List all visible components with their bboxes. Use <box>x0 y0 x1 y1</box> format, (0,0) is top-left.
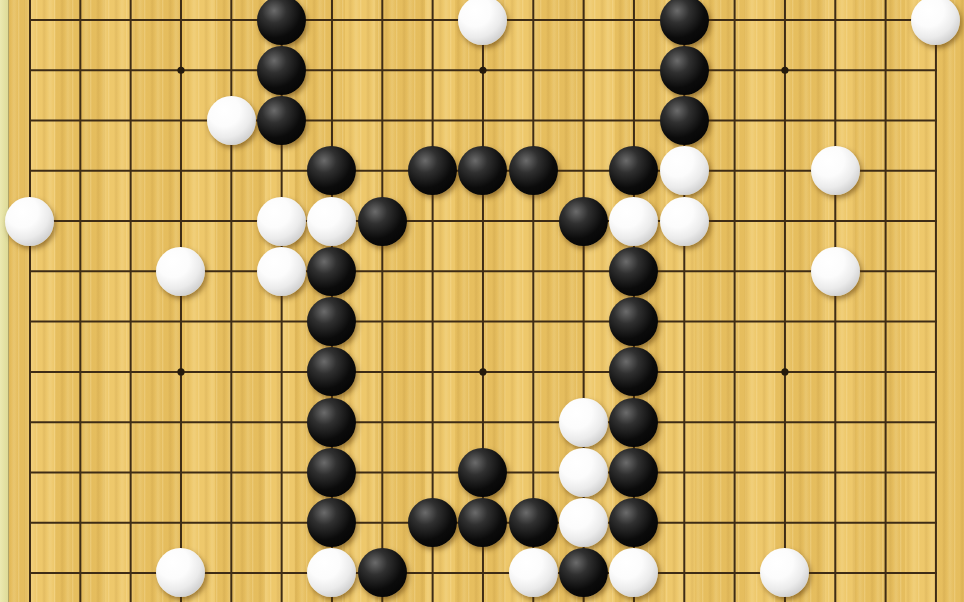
black-stone[interactable] <box>408 146 457 195</box>
white-stone[interactable] <box>609 197 658 246</box>
black-stone[interactable] <box>358 197 407 246</box>
black-stone[interactable] <box>609 347 658 396</box>
black-stone[interactable] <box>609 498 658 547</box>
white-stone[interactable] <box>156 247 205 296</box>
white-stone[interactable] <box>911 0 960 45</box>
black-stone[interactable] <box>257 96 306 145</box>
white-stone[interactable] <box>5 197 54 246</box>
black-stone[interactable] <box>559 197 608 246</box>
black-stone[interactable] <box>609 448 658 497</box>
black-stone[interactable] <box>509 146 558 195</box>
black-stone[interactable] <box>307 297 356 346</box>
white-stone[interactable] <box>207 96 256 145</box>
black-stone[interactable] <box>358 548 407 597</box>
white-stone[interactable] <box>609 548 658 597</box>
white-stone[interactable] <box>660 146 709 195</box>
white-stone[interactable] <box>559 398 608 447</box>
black-stone[interactable] <box>307 247 356 296</box>
white-stone[interactable] <box>257 197 306 246</box>
black-stone[interactable] <box>458 146 507 195</box>
black-stone[interactable] <box>609 297 658 346</box>
white-stone[interactable] <box>509 548 558 597</box>
white-stone[interactable] <box>307 548 356 597</box>
black-stone[interactable] <box>458 448 507 497</box>
white-stone[interactable] <box>811 146 860 195</box>
white-stone[interactable] <box>559 498 608 547</box>
black-stone[interactable] <box>609 398 658 447</box>
black-stone[interactable] <box>509 498 558 547</box>
white-stone[interactable] <box>660 197 709 246</box>
white-stone[interactable] <box>559 448 608 497</box>
black-stone[interactable] <box>559 548 608 597</box>
black-stone[interactable] <box>307 448 356 497</box>
black-stone[interactable] <box>307 146 356 195</box>
white-stone[interactable] <box>257 247 306 296</box>
black-stone[interactable] <box>660 0 709 45</box>
stones-grid[interactable] <box>5 0 961 598</box>
white-stone[interactable] <box>156 548 205 597</box>
white-stone[interactable] <box>811 247 860 296</box>
white-stone[interactable] <box>458 0 507 45</box>
black-stone[interactable] <box>660 46 709 95</box>
white-stone[interactable] <box>307 197 356 246</box>
black-stone[interactable] <box>609 247 658 296</box>
black-stone[interactable] <box>660 96 709 145</box>
black-stone[interactable] <box>257 0 306 45</box>
go-board[interactable] <box>0 0 964 602</box>
black-stone[interactable] <box>307 498 356 547</box>
black-stone[interactable] <box>307 398 356 447</box>
black-stone[interactable] <box>257 46 306 95</box>
black-stone[interactable] <box>458 498 507 547</box>
black-stone[interactable] <box>408 498 457 547</box>
black-stone[interactable] <box>307 347 356 396</box>
black-stone[interactable] <box>609 146 658 195</box>
white-stone[interactable] <box>760 548 809 597</box>
